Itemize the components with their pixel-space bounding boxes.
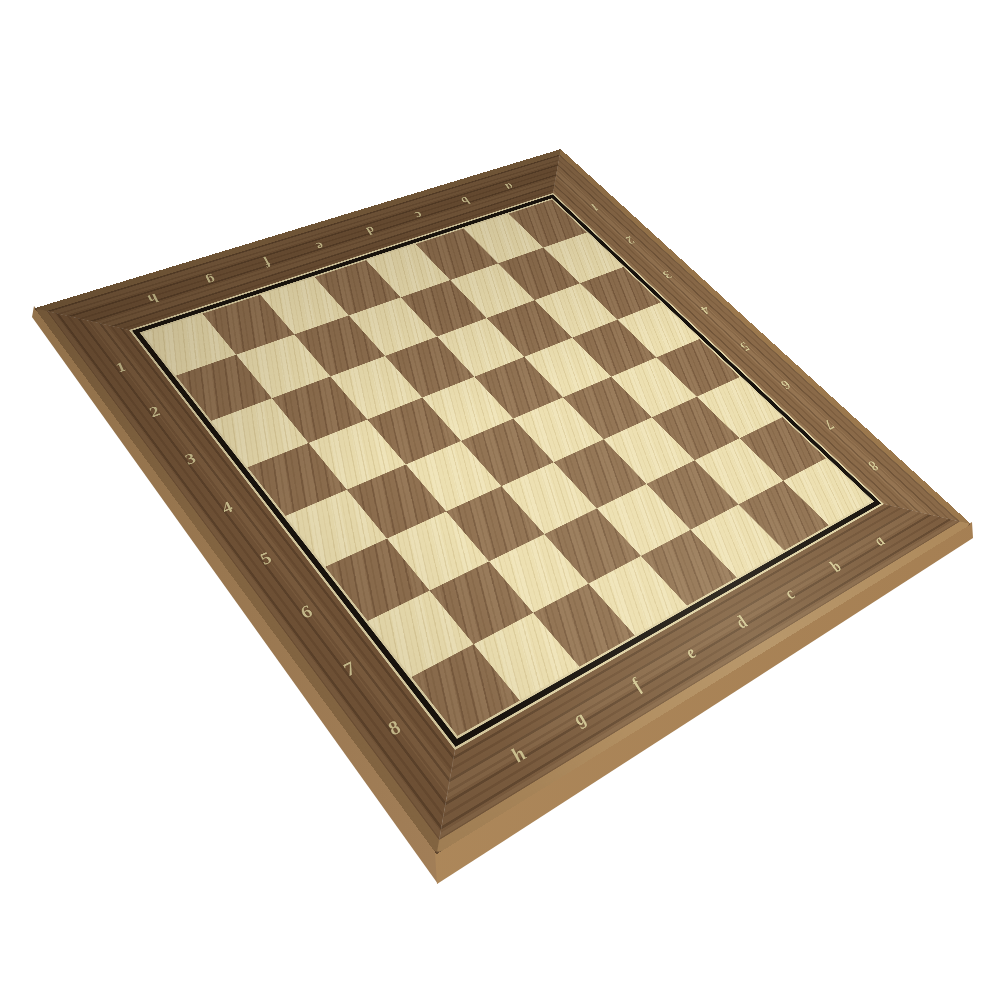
- chessboard-photo: 1234567812345678hgfedcbahgfedcba: [0, 0, 1000, 1000]
